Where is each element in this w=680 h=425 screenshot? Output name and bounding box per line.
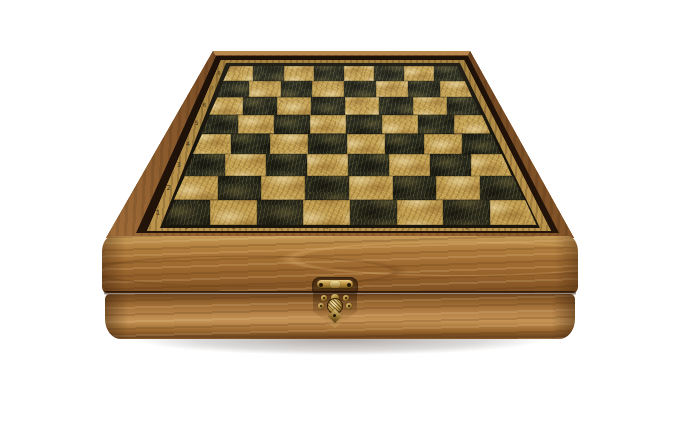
- square-h7[interactable]: [440, 81, 472, 97]
- square-c6[interactable]: [277, 97, 311, 115]
- square-a8[interactable]: [223, 66, 253, 81]
- square-d5[interactable]: [310, 115, 346, 134]
- rank-label-3: 3: [173, 162, 181, 169]
- rank-label-7: 7: [206, 86, 214, 91]
- square-c8[interactable]: [284, 66, 314, 81]
- square-c5[interactable]: [274, 115, 310, 134]
- clasp-screw-right: [347, 283, 351, 287]
- square-f1[interactable]: [397, 200, 444, 226]
- board-row-rank-3: [184, 154, 512, 176]
- square-c1[interactable]: [257, 200, 304, 226]
- rank-label-4: 4: [182, 141, 190, 147]
- catch-hole: [348, 305, 350, 307]
- file-label-h: h: [507, 225, 519, 230]
- board-row-rank-1: [163, 200, 537, 226]
- board-row-rank-8: [223, 66, 464, 81]
- square-h4[interactable]: [462, 134, 500, 154]
- square-e5[interactable]: [346, 115, 382, 134]
- board-row-rank-4: [193, 134, 501, 154]
- square-b2[interactable]: [218, 176, 262, 200]
- square-g2[interactable]: [436, 176, 480, 200]
- rank-label-6: 6: [198, 103, 206, 109]
- board-row-rank-5: [201, 115, 490, 134]
- square-f2[interactable]: [393, 176, 437, 200]
- square-a5[interactable]: [201, 115, 237, 134]
- file-label-d: d: [321, 225, 333, 230]
- board-row-rank-6: [209, 97, 481, 115]
- square-d2[interactable]: [305, 176, 349, 200]
- square-d8[interactable]: [314, 66, 344, 81]
- square-g1[interactable]: [443, 200, 490, 226]
- catch-hole: [323, 297, 325, 299]
- square-a3[interactable]: [184, 154, 225, 176]
- square-d3[interactable]: [307, 154, 348, 176]
- square-d7[interactable]: [312, 81, 344, 97]
- square-c3[interactable]: [266, 154, 307, 176]
- square-e3[interactable]: [348, 154, 389, 176]
- square-f5[interactable]: [382, 115, 418, 134]
- square-d6[interactable]: [311, 97, 345, 115]
- square-e2[interactable]: [349, 176, 393, 200]
- square-h1[interactable]: [490, 200, 537, 226]
- square-a1[interactable]: [163, 200, 210, 226]
- square-f7[interactable]: [376, 81, 408, 97]
- file-label-b: b: [227, 225, 239, 230]
- square-f6[interactable]: [379, 97, 413, 115]
- rank-label-2: 2: [163, 185, 171, 192]
- square-c4[interactable]: [270, 134, 308, 154]
- square-a4[interactable]: [193, 134, 231, 154]
- square-b6[interactable]: [243, 97, 277, 115]
- file-label-g: g: [461, 225, 473, 230]
- square-b4[interactable]: [231, 134, 269, 154]
- catch-hole: [320, 305, 322, 307]
- board-row-rank-2: [174, 176, 524, 200]
- file-label-a: a: [181, 225, 193, 230]
- square-e8[interactable]: [344, 66, 374, 81]
- square-g7[interactable]: [408, 81, 440, 97]
- square-e4[interactable]: [347, 134, 385, 154]
- clasp-hook-knob[interactable]: [330, 281, 340, 288]
- board-row-rank-7: [217, 81, 473, 97]
- product-photo-scene: 87654321abcdefgh: [0, 0, 680, 425]
- square-h8[interactable]: [434, 66, 464, 81]
- square-e6[interactable]: [345, 97, 379, 115]
- square-b7[interactable]: [249, 81, 281, 97]
- square-g4[interactable]: [424, 134, 462, 154]
- square-f3[interactable]: [389, 154, 430, 176]
- square-c2[interactable]: [261, 176, 305, 200]
- square-e7[interactable]: [344, 81, 376, 97]
- clasp-hook-plate[interactable]: [317, 280, 353, 289]
- file-label-c: c: [274, 225, 286, 230]
- square-f4[interactable]: [385, 134, 423, 154]
- square-h3[interactable]: [471, 154, 512, 176]
- square-b8[interactable]: [253, 66, 283, 81]
- catch-diamond-hole: [333, 314, 336, 317]
- square-g5[interactable]: [418, 115, 454, 134]
- rank-label-1: 1: [152, 209, 160, 216]
- square-h2[interactable]: [480, 176, 524, 200]
- square-a6[interactable]: [209, 97, 243, 115]
- square-d4[interactable]: [308, 134, 346, 154]
- square-e1[interactable]: [350, 200, 397, 226]
- square-b3[interactable]: [225, 154, 266, 176]
- file-label-e: e: [367, 225, 379, 230]
- square-f8[interactable]: [374, 66, 404, 81]
- square-g3[interactable]: [430, 154, 471, 176]
- square-a7[interactable]: [217, 81, 249, 97]
- rank-label-5: 5: [190, 121, 198, 127]
- square-g8[interactable]: [404, 66, 434, 81]
- square-h6[interactable]: [447, 97, 481, 115]
- square-a2[interactable]: [174, 176, 218, 200]
- square-b1[interactable]: [210, 200, 257, 226]
- catch-hole: [345, 297, 347, 299]
- square-d1[interactable]: [303, 200, 350, 226]
- clasp-screw-left: [319, 283, 323, 287]
- square-h5[interactable]: [454, 115, 490, 134]
- file-label-f: f: [414, 225, 426, 230]
- square-b5[interactable]: [238, 115, 274, 134]
- square-g6[interactable]: [413, 97, 447, 115]
- rank-label-8: 8: [212, 71, 220, 76]
- square-c7[interactable]: [281, 81, 313, 97]
